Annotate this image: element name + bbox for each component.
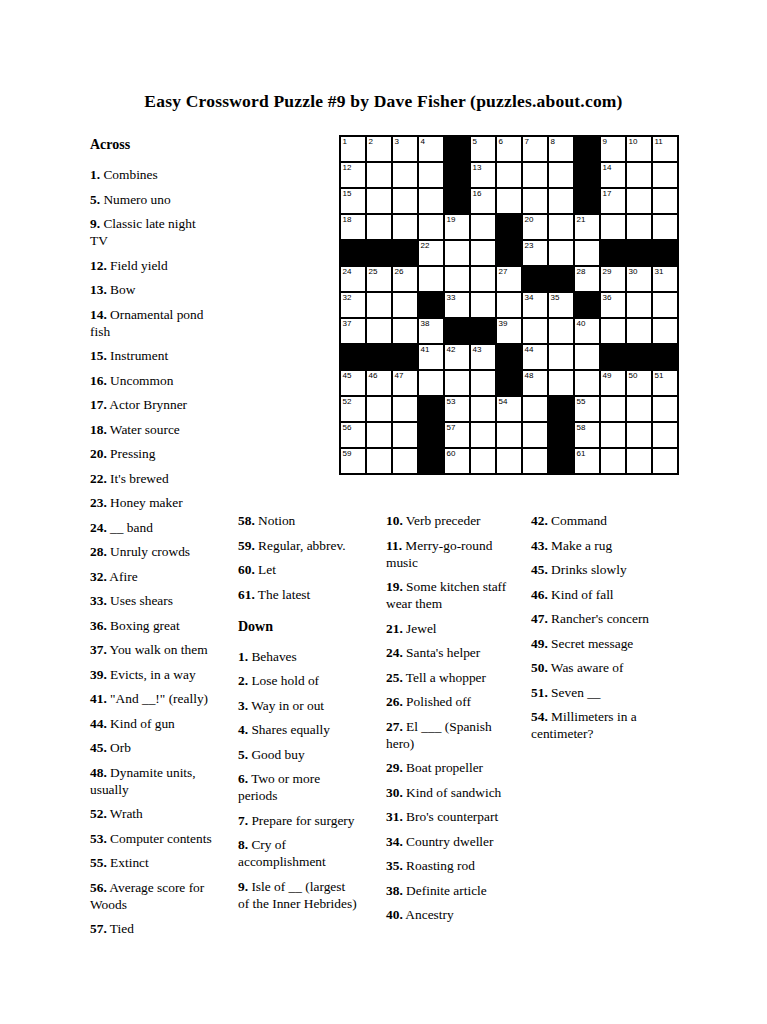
grid-cell-r3c7[interactable]: [497, 189, 521, 213]
grid-cell-r1c6[interactable]: 5: [471, 137, 495, 161]
clue-number: 36.: [90, 618, 107, 633]
clue-across-56: 56. Average score for Woods: [90, 879, 240, 913]
black-cell-r5c13: [653, 241, 677, 265]
clue-text: Lose hold of: [248, 673, 319, 688]
cell-number-4: 4: [421, 137, 425, 147]
cell-number-24: 24: [343, 267, 352, 277]
clue-down-29: 29. Boat propeller: [386, 759, 531, 776]
clue-number: 31.: [386, 809, 403, 824]
grid-cell-r13c6[interactable]: [471, 449, 495, 473]
clue-across-59: 59. Regular, abbrev.: [238, 537, 378, 554]
clue-text: Classic late night TV: [90, 216, 196, 248]
grid-cell-r6c2[interactable]: 25: [367, 267, 391, 291]
grid-cell-r6c6[interactable]: [471, 267, 495, 291]
cell-number-13: 13: [473, 163, 482, 173]
clue-across-14: 14. Ornamental pond fish: [90, 306, 240, 340]
grid-cell-r3c8[interactable]: [523, 189, 547, 213]
cell-number-33: 33: [447, 293, 456, 303]
clue-text: Drinks slowly: [548, 562, 627, 577]
grid-cell-r8c4[interactable]: 38: [419, 319, 443, 343]
grid-cell-r6c12[interactable]: 30: [627, 267, 651, 291]
black-cell-r1c10: [575, 137, 599, 161]
grid-cell-r5c10[interactable]: [575, 241, 599, 265]
grid-cell-r10c10[interactable]: [575, 371, 599, 395]
grid-cell-r2c6[interactable]: 13: [471, 163, 495, 187]
grid-cell-r2c13[interactable]: [653, 163, 677, 187]
clue-text: Good buy: [248, 747, 305, 762]
cell-number-59: 59: [343, 449, 352, 459]
grid-cell-r4c2[interactable]: [367, 215, 391, 239]
grid-cell-r6c1[interactable]: 24: [341, 267, 365, 291]
grid-cell-r12c13[interactable]: [653, 423, 677, 447]
clue-number: 32.: [90, 569, 107, 584]
grid-cell-r12c6[interactable]: [471, 423, 495, 447]
clue-number: 38.: [386, 883, 403, 898]
grid-cell-r1c3[interactable]: 3: [393, 137, 417, 161]
grid-cell-r5c9[interactable]: [549, 241, 573, 265]
cell-number-9: 9: [603, 137, 607, 147]
grid-cell-r13c10[interactable]: 61: [575, 449, 599, 473]
grid-cell-r8c1[interactable]: 37: [341, 319, 365, 343]
cell-number-29: 29: [603, 267, 612, 277]
grid-cell-r7c2[interactable]: [367, 293, 391, 317]
cell-number-20: 20: [525, 215, 534, 225]
grid-cell-r2c1[interactable]: 12: [341, 163, 365, 187]
clue-across-1: 1. Combines: [90, 166, 240, 183]
clue-down-7: 7. Prepare for surgery: [238, 812, 378, 829]
clue-number: 28.: [90, 544, 107, 559]
grid-cell-r12c2[interactable]: [367, 423, 391, 447]
crossword-grid: 1234567891011121314151617181920212223242…: [339, 135, 679, 475]
clue-across-12: 12. Field yield: [90, 257, 240, 274]
clue-text: Merry-go-round music: [386, 538, 492, 570]
grid-cell-r13c11[interactable]: [601, 449, 625, 473]
cell-number-28: 28: [577, 267, 586, 277]
grid-cell-r5c8[interactable]: 23: [523, 241, 547, 265]
black-cell-r9c12: [627, 345, 651, 369]
clue-text: Actor Brynner: [107, 397, 187, 412]
grid-cell-r10c1[interactable]: 45: [341, 371, 365, 395]
grid-cell-r7c13[interactable]: [653, 293, 677, 317]
grid-cell-r6c3[interactable]: 26: [393, 267, 417, 291]
black-cell-r5c3: [393, 241, 417, 265]
cell-number-22: 22: [421, 241, 430, 251]
grid-cell-r10c3[interactable]: 47: [393, 371, 417, 395]
black-cell-r6c9: [549, 267, 573, 291]
clue-number: 60.: [238, 562, 255, 577]
clue-down-27: 27. El ___ (Spanish hero): [386, 718, 531, 752]
clue-number: 24.: [90, 520, 107, 535]
cell-number-17: 17: [603, 189, 612, 199]
cell-number-32: 32: [343, 293, 352, 303]
black-cell-r12c9: [549, 423, 573, 447]
black-cell-r5c1: [341, 241, 365, 265]
cell-number-15: 15: [343, 189, 352, 199]
grid-cell-r3c3[interactable]: [393, 189, 417, 213]
grid-cell-r6c10[interactable]: 28: [575, 267, 599, 291]
grid-cell-r7c12[interactable]: [627, 293, 651, 317]
black-cell-r5c11: [601, 241, 625, 265]
grid-cell-r4c6[interactable]: [471, 215, 495, 239]
grid-cell-r7c5[interactable]: 33: [445, 293, 469, 317]
clue-down-5: 5. Good buy: [238, 746, 378, 763]
grid-cell-r10c5[interactable]: [445, 371, 469, 395]
clue-text: Bow: [107, 282, 136, 297]
clue-across-44: 44. Kind of gun: [90, 715, 240, 732]
clue-number: 34.: [386, 834, 403, 849]
clue-across-28: 28. Unruly crowds: [90, 543, 240, 560]
grid-cell-r3c11[interactable]: 17: [601, 189, 625, 213]
grid-cell-r11c5[interactable]: 53: [445, 397, 469, 421]
grid-cell-r2c3[interactable]: [393, 163, 417, 187]
grid-cell-r10c11[interactable]: 49: [601, 371, 625, 395]
grid-cell-r10c2[interactable]: 46: [367, 371, 391, 395]
grid-cell-r11c2[interactable]: [367, 397, 391, 421]
grid-cell-r1c8[interactable]: 7: [523, 137, 547, 161]
grid-cell-r12c8[interactable]: [523, 423, 547, 447]
grid-cell-r10c9[interactable]: [549, 371, 573, 395]
clue-text: Polished off: [403, 694, 471, 709]
grid-cell-r11c8[interactable]: [523, 397, 547, 421]
clue-number: 26.: [386, 694, 403, 709]
grid-cell-r9c8[interactable]: 44: [523, 345, 547, 369]
grid-cell-r1c13[interactable]: 11: [653, 137, 677, 161]
clue-down-49: 49. Secret message: [531, 635, 681, 652]
grid-cell-r4c4[interactable]: [419, 215, 443, 239]
grid-cell-r2c7[interactable]: [497, 163, 521, 187]
grid-cell-r4c3[interactable]: [393, 215, 417, 239]
cell-number-21: 21: [577, 215, 586, 225]
clue-text: Roasting rod: [403, 858, 475, 873]
cell-number-6: 6: [499, 137, 503, 147]
grid-cell-r2c11[interactable]: 14: [601, 163, 625, 187]
clue-text: Uncommon: [107, 373, 174, 388]
grid-cell-r4c1[interactable]: 18: [341, 215, 365, 239]
clue-down-21: 21. Jewel: [386, 620, 531, 637]
clue-text: Isle of __ (largest of the Inner Hebride…: [238, 879, 357, 911]
clue-number: 59.: [238, 538, 255, 553]
grid-cell-r2c2[interactable]: [367, 163, 391, 187]
clue-down-51: 51. Seven __: [531, 684, 681, 701]
clue-number: 45.: [531, 562, 548, 577]
grid-cell-r1c9[interactable]: 8: [549, 137, 573, 161]
grid-cell-r4c12[interactable]: [627, 215, 651, 239]
grid-cell-r8c2[interactable]: [367, 319, 391, 343]
grid-cell-r8c11[interactable]: [601, 319, 625, 343]
grid-cell-r8c9[interactable]: [549, 319, 573, 343]
clue-number: 56.: [90, 880, 107, 895]
black-cell-r13c4: [419, 449, 443, 473]
grid-cell-r3c2[interactable]: [367, 189, 391, 213]
grid-cell-r10c13[interactable]: 51: [653, 371, 677, 395]
clue-number: 49.: [531, 636, 548, 651]
clue-text: Notion: [255, 513, 296, 528]
grid-cell-r13c13[interactable]: [653, 449, 677, 473]
cell-number-46: 46: [369, 371, 378, 381]
grid-cell-r7c7[interactable]: [497, 293, 521, 317]
grid-cell-r12c11[interactable]: [601, 423, 625, 447]
black-cell-r3c5: [445, 189, 469, 213]
grid-cell-r5c5[interactable]: [445, 241, 469, 265]
clue-text: It's brewed: [107, 471, 169, 486]
cell-number-61: 61: [577, 449, 586, 459]
grid-cell-r11c1[interactable]: 52: [341, 397, 365, 421]
grid-cell-r10c8[interactable]: 48: [523, 371, 547, 395]
grid-cell-r3c6[interactable]: 16: [471, 189, 495, 213]
clue-across-60: 60. Let: [238, 561, 378, 578]
clue-down-46: 46. Kind of fall: [531, 586, 681, 603]
grid-cell-r6c7[interactable]: 27: [497, 267, 521, 291]
clue-text: Honey maker: [107, 495, 183, 510]
grid-cell-r1c12[interactable]: 10: [627, 137, 651, 161]
grid-cell-r6c13[interactable]: 31: [653, 267, 677, 291]
black-cell-r9c13: [653, 345, 677, 369]
clue-text: The latest: [255, 587, 311, 602]
grid-cell-r7c3[interactable]: [393, 293, 417, 317]
clue-text: Orb: [107, 740, 131, 755]
clue-number: 11.: [386, 538, 402, 553]
clue-number: 35.: [386, 858, 403, 873]
grid-cell-r8c13[interactable]: [653, 319, 677, 343]
clue-down-43: 43. Make a rug: [531, 537, 681, 554]
clue-number: 50.: [531, 660, 548, 675]
grid-cell-r5c4[interactable]: 22: [419, 241, 443, 265]
clue-down-34: 34. Country dweller: [386, 833, 531, 850]
clue-across-33: 33. Uses shears: [90, 592, 240, 609]
clue-number: 8.: [238, 837, 248, 852]
clue-number: 25.: [386, 670, 403, 685]
grid-cell-r4c11[interactable]: [601, 215, 625, 239]
grid-cell-r10c4[interactable]: [419, 371, 443, 395]
clue-down-42: 42. Command: [531, 512, 681, 529]
cell-number-16: 16: [473, 189, 482, 199]
grid-cell-r7c6[interactable]: [471, 293, 495, 317]
clue-number: 33.: [90, 593, 107, 608]
grid-cell-r8c8[interactable]: [523, 319, 547, 343]
grid-cell-r8c3[interactable]: [393, 319, 417, 343]
clue-number: 24.: [386, 645, 403, 660]
grid-cell-r4c5[interactable]: 19: [445, 215, 469, 239]
clue-number: 14.: [90, 307, 107, 322]
grid-cell-r8c7[interactable]: 39: [497, 319, 521, 343]
cell-number-12: 12: [343, 163, 352, 173]
clue-number: 45.: [90, 740, 107, 755]
grid-cell-r1c4[interactable]: 4: [419, 137, 443, 161]
grid-cell-r7c9[interactable]: 35: [549, 293, 573, 317]
clue-number: 52.: [90, 806, 107, 821]
cell-number-40: 40: [577, 319, 586, 329]
clue-text: Boat propeller: [403, 760, 483, 775]
grid-cell-r13c5[interactable]: 60: [445, 449, 469, 473]
clue-text: Dynamite units, usually: [90, 765, 196, 797]
clue-text: Field yield: [107, 258, 168, 273]
grid-cell-r13c1[interactable]: 59: [341, 449, 365, 473]
grid-cell-r1c7[interactable]: 6: [497, 137, 521, 161]
clue-number: 39.: [90, 667, 107, 682]
clue-text: Rancher's concern: [548, 611, 649, 626]
grid-cell-r13c12[interactable]: [627, 449, 651, 473]
cell-number-39: 39: [499, 319, 508, 329]
grid-cell-r7c1[interactable]: 32: [341, 293, 365, 317]
grid-cell-r3c9[interactable]: [549, 189, 573, 213]
clue-text: Instrument: [107, 348, 168, 363]
grid-cell-r4c10[interactable]: 21: [575, 215, 599, 239]
grid-cell-r1c1[interactable]: 1: [341, 137, 365, 161]
grid-cell-r2c12[interactable]: [627, 163, 651, 187]
clue-text: Tell a whopper: [403, 670, 486, 685]
grid-cell-r2c8[interactable]: [523, 163, 547, 187]
clue-across-41: 41. "And __!" (really): [90, 690, 240, 707]
clue-down-1: 1. Behaves: [238, 648, 378, 665]
clue-down-45: 45. Drinks slowly: [531, 561, 681, 578]
clue-across-23: 23. Honey maker: [90, 494, 240, 511]
grid-cell-r12c5[interactable]: 57: [445, 423, 469, 447]
clue-across-32: 32. Afire: [90, 568, 240, 585]
black-cell-r13c9: [549, 449, 573, 473]
clue-across-36: 36. Boxing great: [90, 617, 240, 634]
clue-number: 5.: [238, 747, 248, 762]
cell-number-35: 35: [551, 293, 560, 303]
grid-cell-r3c4[interactable]: [419, 189, 443, 213]
grid-cell-r3c12[interactable]: [627, 189, 651, 213]
cell-number-55: 55: [577, 397, 586, 407]
grid-cell-r13c8[interactable]: [523, 449, 547, 473]
grid-cell-r3c1[interactable]: 15: [341, 189, 365, 213]
grid-cell-r7c11[interactable]: 36: [601, 293, 625, 317]
clue-number: 37.: [90, 642, 107, 657]
cell-number-45: 45: [343, 371, 352, 381]
cell-number-7: 7: [525, 137, 529, 147]
cell-number-49: 49: [603, 371, 612, 381]
clue-number: 3.: [238, 698, 248, 713]
grid-cell-r13c7[interactable]: [497, 449, 521, 473]
grid-cell-r4c8[interactable]: 20: [523, 215, 547, 239]
clue-column-2: 58. Notion59. Regular, abbrev.60. Let61.…: [238, 512, 378, 919]
grid-cell-r9c4[interactable]: 41: [419, 345, 443, 369]
grid-cell-r9c10[interactable]: [575, 345, 599, 369]
clue-number: 9.: [90, 216, 100, 231]
clue-text: "And __!" (really): [107, 691, 208, 706]
grid-cell-r11c10[interactable]: 55: [575, 397, 599, 421]
grid-cell-r10c12[interactable]: 50: [627, 371, 651, 395]
clue-text: Uses shears: [107, 593, 173, 608]
cell-number-3: 3: [395, 137, 399, 147]
clue-number: 54.: [531, 709, 548, 724]
clue-number: 43.: [531, 538, 548, 553]
black-cell-r8c5: [445, 319, 469, 343]
clue-number: 22.: [90, 471, 107, 486]
clue-down-10: 10. Verb preceder: [386, 512, 531, 529]
grid-cell-r2c4[interactable]: [419, 163, 443, 187]
cell-number-48: 48: [525, 371, 534, 381]
clue-down-40: 40. Ancestry: [386, 906, 531, 923]
clue-column-1: Across1. Combines5. Numero uno9. Classic…: [90, 136, 240, 945]
clue-across-39: 39. Evicts, in a way: [90, 666, 240, 683]
clue-down-2: 2. Lose hold of: [238, 672, 378, 689]
grid-cell-r10c6[interactable]: [471, 371, 495, 395]
grid-cell-r6c5[interactable]: [445, 267, 469, 291]
grid-cell-r9c6[interactable]: 43: [471, 345, 495, 369]
black-cell-r9c2: [367, 345, 391, 369]
grid-cell-r11c7[interactable]: 54: [497, 397, 521, 421]
grid-cell-r2c9[interactable]: [549, 163, 573, 187]
grid-cell-r13c2[interactable]: [367, 449, 391, 473]
clue-number: 1.: [90, 167, 100, 182]
clue-text: Definite article: [403, 883, 487, 898]
clue-across-48: 48. Dynamite units, usually: [90, 764, 240, 798]
cell-number-34: 34: [525, 293, 534, 303]
grid-cell-r1c2[interactable]: 2: [367, 137, 391, 161]
cell-number-14: 14: [603, 163, 612, 173]
grid-cell-r12c1[interactable]: 56: [341, 423, 365, 447]
clue-number: 5.: [90, 192, 100, 207]
clue-down-26: 26. Polished off: [386, 693, 531, 710]
cell-number-5: 5: [473, 137, 477, 147]
clue-down-9: 9. Isle of __ (largest of the Inner Hebr…: [238, 878, 378, 912]
cell-number-36: 36: [603, 293, 612, 303]
black-cell-r10c7: [497, 371, 521, 395]
grid-cell-r12c10[interactable]: 58: [575, 423, 599, 447]
clue-text: Ancestry: [403, 907, 454, 922]
grid-cell-r7c8[interactable]: 34: [523, 293, 547, 317]
grid-cell-r8c10[interactable]: 40: [575, 319, 599, 343]
grid-cell-r11c3[interactable]: [393, 397, 417, 421]
grid-cell-r11c12[interactable]: [627, 397, 651, 421]
grid-cell-r12c12[interactable]: [627, 423, 651, 447]
black-cell-r5c12: [627, 241, 651, 265]
clue-text: Verb preceder: [403, 513, 481, 528]
clue-number: 47.: [531, 611, 548, 626]
grid-cell-r11c11[interactable]: [601, 397, 625, 421]
cell-number-8: 8: [551, 137, 555, 147]
cell-number-41: 41: [421, 345, 430, 355]
clue-across-37: 37. You walk on them: [90, 641, 240, 658]
grid-cell-r8c12[interactable]: [627, 319, 651, 343]
clue-down-11: 11. Merry-go-round music: [386, 537, 531, 571]
grid-cell-r3c13[interactable]: [653, 189, 677, 213]
grid-cell-r9c5[interactable]: 42: [445, 345, 469, 369]
grid-cell-r6c4[interactable]: [419, 267, 443, 291]
grid-cell-r11c13[interactable]: [653, 397, 677, 421]
grid-cell-r9c9[interactable]: [549, 345, 573, 369]
clue-number: 16.: [90, 373, 107, 388]
cell-number-27: 27: [499, 267, 508, 277]
cell-number-56: 56: [343, 423, 352, 433]
grid-cell-r1c11[interactable]: 9: [601, 137, 625, 161]
grid-cell-r12c3[interactable]: [393, 423, 417, 447]
clue-text: Computer contents: [107, 831, 212, 846]
clue-number: 42.: [531, 513, 548, 528]
clue-number: 15.: [90, 348, 107, 363]
clue-number: 51.: [531, 685, 548, 700]
clue-across-20: 20. Pressing: [90, 445, 240, 462]
grid-cell-r4c9[interactable]: [549, 215, 573, 239]
black-cell-r12c4: [419, 423, 443, 447]
grid-cell-r12c7[interactable]: [497, 423, 521, 447]
grid-cell-r11c6[interactable]: [471, 397, 495, 421]
clue-number: 13.: [90, 282, 107, 297]
grid-cell-r13c3[interactable]: [393, 449, 417, 473]
grid-cell-r6c11[interactable]: 29: [601, 267, 625, 291]
clue-text: Way in or out: [248, 698, 324, 713]
clue-text: Two or more periods: [238, 771, 320, 803]
black-cell-r9c11: [601, 345, 625, 369]
clue-down-19: 19. Some kitchen staff wear them: [386, 578, 531, 612]
grid-cell-r5c6[interactable]: [471, 241, 495, 265]
clue-down-4: 4. Shares equally: [238, 721, 378, 738]
clue-number: 20.: [90, 446, 107, 461]
grid-cell-r4c13[interactable]: [653, 215, 677, 239]
